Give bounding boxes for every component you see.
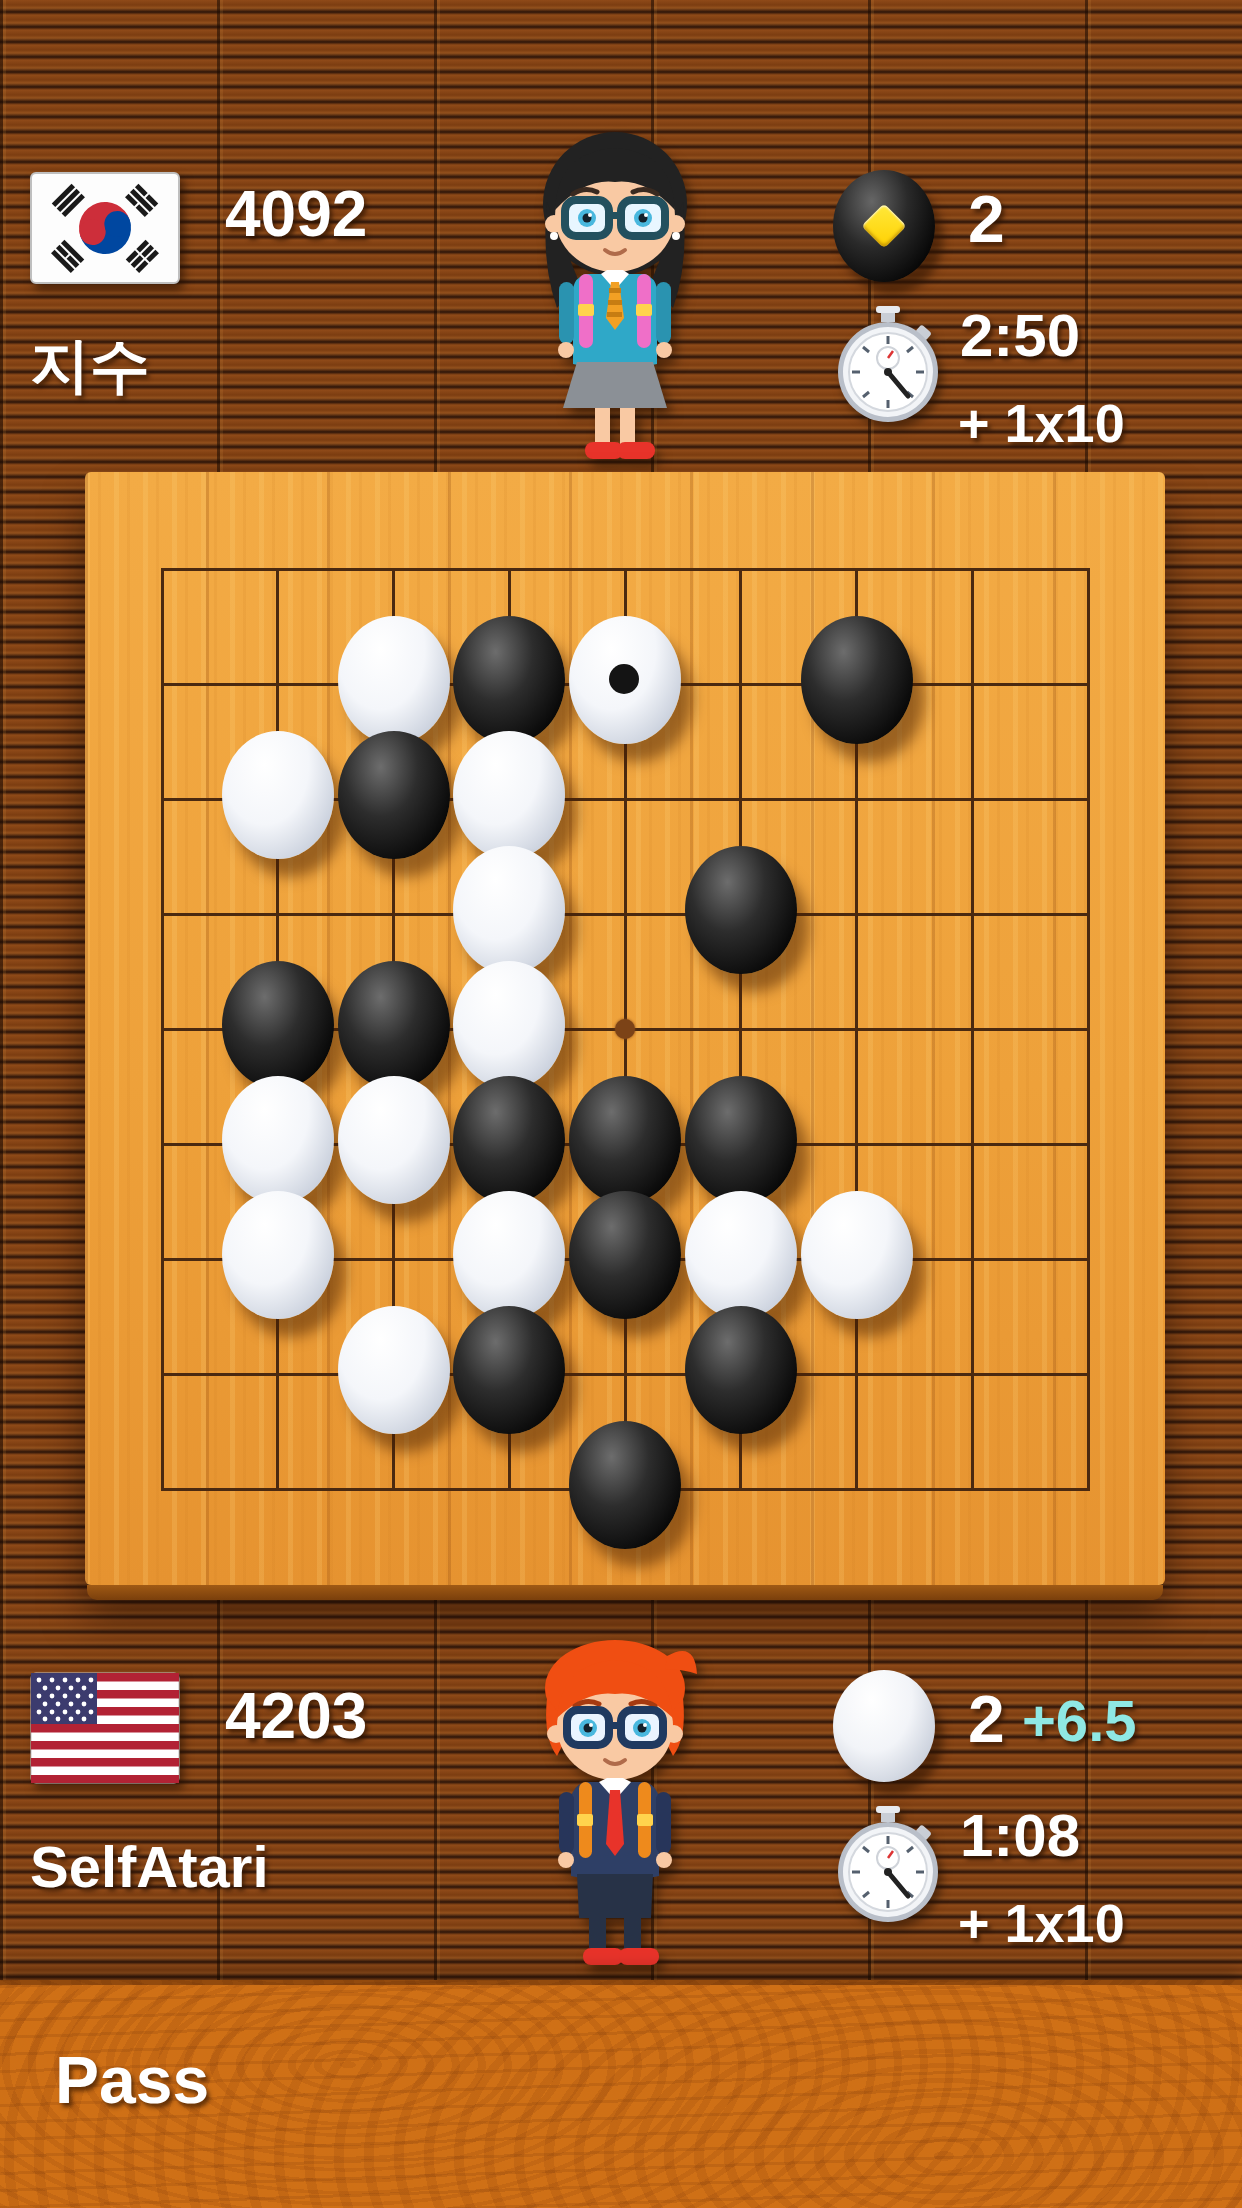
top-player-captures: 2	[968, 186, 1005, 252]
stone-white-r3c4	[453, 731, 565, 859]
bottom-player-clock: 1:08	[960, 1806, 1080, 1866]
stone-black-r9c5	[569, 1421, 681, 1549]
bottom-player-stopwatch-icon	[836, 1806, 940, 1926]
star-point	[615, 1019, 635, 1039]
stone-white-r4c4	[453, 846, 565, 974]
stone-black-r5c3	[338, 961, 450, 1089]
bottom-player-rating: 4203	[225, 1684, 367, 1748]
top-player-byoyomi: + 1x10	[958, 396, 1125, 450]
pass-button[interactable]: Pass	[55, 2047, 209, 2113]
stone-white-r6c2	[222, 1076, 334, 1204]
stone-white-r7c4	[453, 1191, 565, 1319]
top-player-clock: 2:50	[960, 306, 1080, 366]
stone-white-r2c5	[569, 616, 681, 744]
stone-black-r2c4	[453, 616, 565, 744]
bottom-player-byoyomi: + 1x10	[958, 1896, 1125, 1950]
stone-black-r7c5	[569, 1191, 681, 1319]
white-stone-indicator	[833, 1670, 935, 1782]
stone-white-r5c4	[453, 961, 565, 1089]
stone-white-r7c6	[685, 1191, 797, 1319]
bottom-player-captures: 2	[968, 1686, 1005, 1752]
stone-black-r8c4	[453, 1306, 565, 1434]
bottom-action-bar: Pass	[0, 1980, 1242, 2208]
bottom-player-komi: +6.5	[1022, 1692, 1137, 1750]
stone-black-r2c7	[801, 616, 913, 744]
go-board[interactable]	[85, 472, 1165, 1585]
bottom-player-avatar-boy-icon	[527, 1618, 703, 1966]
top-player-stopwatch-icon	[836, 306, 940, 426]
board-grid[interactable]	[85, 472, 1165, 1585]
stone-black-r6c6	[685, 1076, 797, 1204]
stone-white-r7c7	[801, 1191, 913, 1319]
stone-black-r5c2	[222, 961, 334, 1089]
stone-white-r2c3	[338, 616, 450, 744]
stone-black-r6c5	[569, 1076, 681, 1204]
south-korea-flag-icon	[30, 172, 180, 284]
bottom-player-name: SelfAtari	[30, 1838, 269, 1896]
top-player-avatar-girl-icon	[527, 112, 703, 460]
grid-line-v	[1087, 568, 1090, 1491]
top-player-rating: 4092	[225, 182, 367, 246]
grid-line-h	[161, 1373, 1090, 1376]
stone-black-r8c6	[685, 1306, 797, 1434]
go-game-screen: { "game": "go", "board_size": 9, "turn":…	[0, 0, 1242, 2208]
stone-white-r8c3	[338, 1306, 450, 1434]
grid-line-v	[971, 568, 974, 1491]
united-states-flag-icon	[30, 1672, 180, 1784]
black-stone-turn-indicator	[833, 170, 935, 282]
stone-white-r7c2	[222, 1191, 334, 1319]
stone-white-r6c3	[338, 1076, 450, 1204]
stone-white-r3c2	[222, 731, 334, 859]
stone-black-r6c4	[453, 1076, 565, 1204]
stone-black-r3c3	[338, 731, 450, 859]
top-player-name: 지수	[30, 336, 150, 396]
turn-diamond-icon	[861, 203, 906, 248]
stone-black-r4c6	[685, 846, 797, 974]
